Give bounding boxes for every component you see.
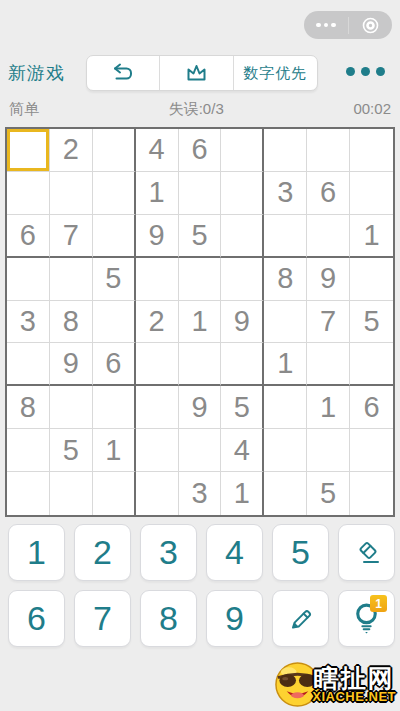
- cell-r8c5[interactable]: [179, 429, 222, 472]
- cell-r1c2[interactable]: 2: [50, 129, 93, 172]
- digit-key-3[interactable]: 3: [140, 524, 197, 581]
- hint-count-badge: 1: [370, 595, 387, 612]
- cell-r6c3[interactable]: 6: [93, 343, 136, 386]
- cell-r4c2[interactable]: [50, 258, 93, 301]
- cell-r5c8[interactable]: 7: [307, 301, 350, 344]
- cell-r6c1[interactable]: [7, 343, 50, 386]
- status-bar: 简单 失误:0/3 00:02: [0, 100, 400, 119]
- eraser-button[interactable]: [338, 524, 395, 581]
- cell-r2c9[interactable]: [350, 172, 393, 215]
- cell-r7c3[interactable]: [93, 386, 136, 429]
- cell-r9c7[interactable]: [264, 472, 307, 515]
- cell-r5c3[interactable]: [93, 301, 136, 344]
- cell-r3c2[interactable]: 7: [50, 215, 93, 258]
- new-game-button[interactable]: 新游戏: [8, 61, 65, 85]
- cell-r7c4[interactable]: [136, 386, 179, 429]
- undo-icon: [110, 60, 136, 86]
- pencil-button[interactable]: [272, 590, 329, 647]
- cell-r4c8[interactable]: 9: [307, 258, 350, 301]
- cell-r1c4[interactable]: 4: [136, 129, 179, 172]
- cell-r2c3[interactable]: [93, 172, 136, 215]
- cell-r9c8[interactable]: 5: [307, 472, 350, 515]
- timer: 00:02: [353, 100, 391, 119]
- eraser-icon: [352, 539, 382, 567]
- cell-r7c9[interactable]: 6: [350, 386, 393, 429]
- cell-r1c9[interactable]: [350, 129, 393, 172]
- cell-r3c8[interactable]: [307, 215, 350, 258]
- cell-r3c3[interactable]: [93, 215, 136, 258]
- ellipsis-icon: [316, 23, 336, 28]
- cell-r6c9[interactable]: [350, 343, 393, 386]
- cell-r8c7[interactable]: [264, 429, 307, 472]
- cell-r1c6[interactable]: [221, 129, 264, 172]
- mode-toggle-button[interactable]: 数字优先: [234, 56, 317, 90]
- hint-button[interactable]: 1: [338, 590, 395, 647]
- cell-r5c7[interactable]: [264, 301, 307, 344]
- digit-key-2[interactable]: 2: [74, 524, 131, 581]
- cell-r6c2[interactable]: 9: [50, 343, 93, 386]
- digit-key-9[interactable]: 9: [206, 590, 263, 647]
- cell-r3c7[interactable]: [264, 215, 307, 258]
- capsule-more-button[interactable]: [304, 11, 348, 39]
- mode-label: 数字优先: [243, 64, 307, 83]
- more-options-button[interactable]: [346, 67, 385, 76]
- site-watermark: 瞎扯网 XIACHE.NET: [274, 661, 396, 708]
- cell-r6c7[interactable]: 1: [264, 343, 307, 386]
- cell-r5c1[interactable]: 3: [7, 301, 50, 344]
- cell-r2c1[interactable]: [7, 172, 50, 215]
- cell-r5c9[interactable]: 5: [350, 301, 393, 344]
- digit-key-8[interactable]: 8: [140, 590, 197, 647]
- cell-r5c2[interactable]: 8: [50, 301, 93, 344]
- cell-r9c4[interactable]: [136, 472, 179, 515]
- toolbar: 数字优先: [86, 55, 318, 91]
- watermark-site-domain: XIACHE.NET: [312, 690, 396, 703]
- cell-r4c3[interactable]: 5: [93, 258, 136, 301]
- capsule-home-button[interactable]: [349, 11, 393, 39]
- undo-button[interactable]: [87, 56, 160, 90]
- cell-r8c4[interactable]: [136, 429, 179, 472]
- leaderboard-button[interactable]: [160, 56, 233, 90]
- cell-r2c8[interactable]: 6: [307, 172, 350, 215]
- difficulty-label: 简单: [9, 100, 39, 119]
- cell-r8c9[interactable]: [350, 429, 393, 472]
- cell-r2c2[interactable]: [50, 172, 93, 215]
- cell-r7c8[interactable]: 1: [307, 386, 350, 429]
- cell-r6c8[interactable]: [307, 343, 350, 386]
- cell-r1c7[interactable]: [264, 129, 307, 172]
- cell-r6c4[interactable]: [136, 343, 179, 386]
- cell-r2c4[interactable]: 1: [136, 172, 179, 215]
- cell-r9c2[interactable]: [50, 472, 93, 515]
- cell-r1c1[interactable]: [7, 129, 50, 172]
- cell-r5c5[interactable]: 1: [179, 301, 222, 344]
- cell-r1c8[interactable]: [307, 129, 350, 172]
- cell-r8c8[interactable]: [307, 429, 350, 472]
- sudoku-board: 24613667951589382197596189516514315: [5, 127, 395, 517]
- watermark-site-name: 瞎扯网: [314, 666, 395, 691]
- cell-r4c9[interactable]: [350, 258, 393, 301]
- cell-r7c6[interactable]: 5: [221, 386, 264, 429]
- cell-r3c1[interactable]: 6: [7, 215, 50, 258]
- cell-r8c6[interactable]: 4: [221, 429, 264, 472]
- digit-key-6[interactable]: 6: [8, 590, 65, 647]
- digit-key-1[interactable]: 1: [8, 524, 65, 581]
- cell-r3c9[interactable]: 1: [350, 215, 393, 258]
- cell-r9c3[interactable]: [93, 472, 136, 515]
- cell-r4c6[interactable]: [221, 258, 264, 301]
- cell-r7c1[interactable]: 8: [7, 386, 50, 429]
- cell-r6c6[interactable]: [221, 343, 264, 386]
- mistakes-counter: 失误:0/3: [169, 100, 224, 119]
- pencil-icon: [286, 604, 316, 634]
- cell-r7c5[interactable]: 9: [179, 386, 222, 429]
- cell-r8c2[interactable]: 5: [50, 429, 93, 472]
- cell-r4c1[interactable]: [7, 258, 50, 301]
- cell-r4c5[interactable]: [179, 258, 222, 301]
- cell-r3c5[interactable]: 5: [179, 215, 222, 258]
- cell-r2c5[interactable]: [179, 172, 222, 215]
- cell-r9c9[interactable]: [350, 472, 393, 515]
- cell-r2c6[interactable]: [221, 172, 264, 215]
- cell-r7c7[interactable]: [264, 386, 307, 429]
- digit-key-5[interactable]: 5: [272, 524, 329, 581]
- cell-r9c1[interactable]: [7, 472, 50, 515]
- cell-r4c4[interactable]: [136, 258, 179, 301]
- crown-icon: [183, 60, 210, 86]
- wechat-capsule: [304, 11, 392, 39]
- cell-r1c3[interactable]: [93, 129, 136, 172]
- cell-r1c5[interactable]: 6: [179, 129, 222, 172]
- cell-r3c4[interactable]: 9: [136, 215, 179, 258]
- digit-key-7[interactable]: 7: [74, 590, 131, 647]
- cell-r9c5[interactable]: 3: [179, 472, 222, 515]
- cell-r2c7[interactable]: 3: [264, 172, 307, 215]
- cell-r9c6[interactable]: 1: [221, 472, 264, 515]
- digit-key-4[interactable]: 4: [206, 524, 263, 581]
- cell-r4c7[interactable]: 8: [264, 258, 307, 301]
- cell-r5c4[interactable]: 2: [136, 301, 179, 344]
- cell-r3c6[interactable]: [221, 215, 264, 258]
- cell-r7c2[interactable]: [50, 386, 93, 429]
- circle-target-icon: [361, 16, 380, 35]
- cell-r8c3[interactable]: 1: [93, 429, 136, 472]
- cell-r6c5[interactable]: [179, 343, 222, 386]
- cell-r5c6[interactable]: 9: [221, 301, 264, 344]
- cell-r8c1[interactable]: [7, 429, 50, 472]
